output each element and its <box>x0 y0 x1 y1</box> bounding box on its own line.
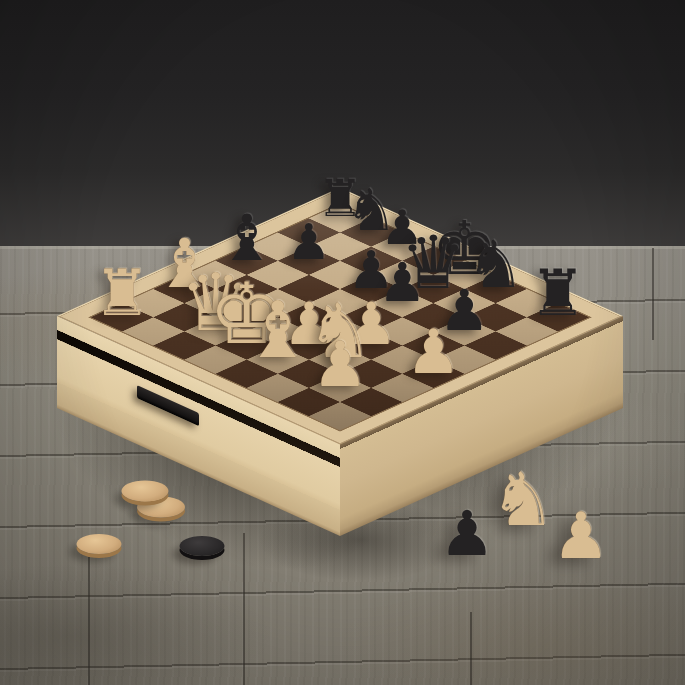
table-piece-white-knight[interactable]: ♞ <box>490 462 556 536</box>
plank-seam <box>652 248 654 340</box>
table-piece-white-pawn[interactable]: ♟ <box>552 504 609 568</box>
product-photo-scene: ♜♞♟♚♞♜♛♟♟♟♟♝♟♟♝♟♞♛♚♝♟♜♞♟♟ <box>0 0 685 685</box>
piece-white-pawn-g2[interactable]: ♟ <box>312 333 368 396</box>
piece-black-rook-h8[interactable]: ♜ <box>529 262 586 326</box>
table-piece-black-pawn[interactable]: ♟ <box>439 503 495 565</box>
plank-seam <box>470 612 472 685</box>
piece-white-rook-a1[interactable]: ♜ <box>94 262 151 326</box>
plank-seam <box>88 556 90 685</box>
piece-black-pawn-b6[interactable]: ♟ <box>287 218 331 267</box>
piece-white-pawn-h4[interactable]: ♟ <box>406 320 461 381</box>
piece-white-bishop-e2[interactable]: ♝ <box>243 292 313 370</box>
drawer-handle[interactable] <box>137 385 199 426</box>
plank-seam <box>243 533 245 685</box>
